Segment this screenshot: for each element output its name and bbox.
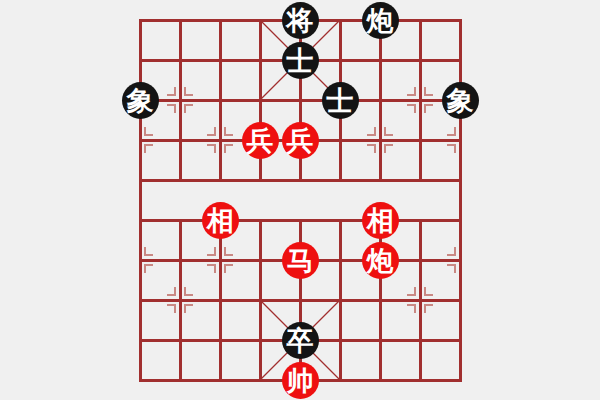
piece-black-advisor-1[interactable]: 士 (282, 42, 319, 79)
piece-red-cannon[interactable]: 炮 (362, 242, 399, 279)
piece-black-general[interactable]: 将 (282, 2, 319, 39)
piece-red-elephant-2[interactable]: 相 (362, 202, 399, 239)
piece-black-pawn[interactable]: 卒 (282, 322, 319, 359)
xiangqi-board-grid: 将炮士象士象兵兵相相马炮卒帅 (120, 0, 480, 400)
piece-black-elephant-2[interactable]: 象 (442, 82, 479, 119)
piece-red-elephant-1[interactable]: 相 (202, 202, 239, 239)
piece-red-pawn-1[interactable]: 兵 (242, 122, 279, 159)
piece-red-pawn-2[interactable]: 兵 (282, 122, 319, 159)
piece-red-general[interactable]: 帅 (282, 362, 319, 399)
piece-black-cannon[interactable]: 炮 (362, 2, 399, 39)
piece-black-advisor-2[interactable]: 士 (322, 82, 359, 119)
piece-red-horse[interactable]: 马 (282, 242, 319, 279)
xiangqi-app: 将炮士象士象兵兵相相马炮卒帅 (0, 0, 600, 400)
piece-black-elephant-1[interactable]: 象 (122, 82, 159, 119)
